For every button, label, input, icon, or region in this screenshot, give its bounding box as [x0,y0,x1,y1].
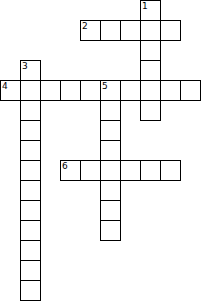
cell-r4c2[interactable] [40,80,61,101]
crossword-board: 123456 [0,0,201,301]
cell-r4c0[interactable]: 4 [0,80,21,101]
cell-r2c7[interactable] [140,40,161,61]
clue-number-5: 5 [102,81,108,91]
cell-r8c8[interactable] [160,160,181,181]
clue-number-4: 4 [2,81,8,91]
clue-number-1: 1 [142,1,148,11]
cell-r13c1[interactable] [20,260,41,281]
cell-r8c1[interactable] [20,160,41,181]
cell-r4c3[interactable] [60,80,81,101]
cell-r5c7[interactable] [140,100,161,121]
cell-r3c1[interactable]: 3 [20,60,41,81]
cell-r8c7[interactable] [140,160,161,181]
cell-r1c7[interactable] [140,20,161,41]
cell-r7c1[interactable] [20,140,41,161]
cell-r12c1[interactable] [20,240,41,261]
clue-number-3: 3 [22,61,28,71]
cell-r4c7[interactable] [140,80,161,101]
cell-r8c3[interactable]: 6 [60,160,81,181]
cell-r6c1[interactable] [20,120,41,141]
cell-r3c7[interactable] [140,60,161,81]
cell-r8c5[interactable] [100,160,121,181]
cell-r1c4[interactable]: 2 [80,20,101,41]
cell-r4c9[interactable] [180,80,201,101]
cell-r4c6[interactable] [120,80,141,101]
cell-r10c5[interactable] [100,200,121,221]
cell-r11c1[interactable] [20,220,41,241]
cell-r4c5[interactable]: 5 [100,80,121,101]
cell-r1c5[interactable] [100,20,121,41]
cell-r5c5[interactable] [100,100,121,121]
cell-r14c1[interactable] [20,280,41,301]
cell-r9c5[interactable] [100,180,121,201]
cell-r11c5[interactable] [100,220,121,241]
cell-r6c5[interactable] [100,120,121,141]
cell-r9c1[interactable] [20,180,41,201]
cell-r4c8[interactable] [160,80,181,101]
cell-r4c4[interactable] [80,80,101,101]
cell-r1c8[interactable] [160,20,181,41]
clue-number-6: 6 [62,161,68,171]
cell-r8c4[interactable] [80,160,101,181]
cell-r4c1[interactable] [20,80,41,101]
clue-number-2: 2 [82,21,88,31]
cell-r10c1[interactable] [20,200,41,221]
cell-r8c6[interactable] [120,160,141,181]
cell-r0c7[interactable]: 1 [140,0,161,21]
cell-r7c5[interactable] [100,140,121,161]
cell-r1c6[interactable] [120,20,141,41]
cell-r5c1[interactable] [20,100,41,121]
